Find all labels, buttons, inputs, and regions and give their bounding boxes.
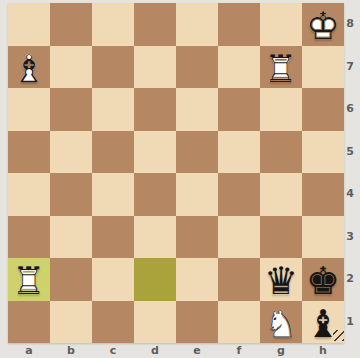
square-h6[interactable]: [302, 88, 344, 131]
square-e4[interactable]: [176, 173, 218, 216]
square-g8[interactable]: [260, 3, 302, 46]
square-d8[interactable]: [134, 3, 176, 46]
white-knight-piece[interactable]: ♞♘: [260, 301, 302, 344]
white-rook-piece[interactable]: ♜♖: [260, 46, 302, 89]
rank-label-1: 1: [343, 301, 357, 344]
square-d3[interactable]: [134, 216, 176, 259]
square-c2[interactable]: [92, 258, 134, 301]
file-label-f: f: [218, 343, 260, 358]
square-g5[interactable]: [260, 131, 302, 174]
black-king-piece[interactable]: ♚: [302, 258, 344, 301]
square-f7[interactable]: [218, 46, 260, 89]
rank-label-6: 6: [343, 88, 357, 131]
square-a8[interactable]: [8, 3, 50, 46]
square-b6[interactable]: [50, 88, 92, 131]
rank-label-3: 3: [343, 216, 357, 259]
file-label-h: h: [302, 343, 344, 358]
square-a2[interactable]: ♜♖: [8, 258, 50, 301]
square-h5[interactable]: [302, 131, 344, 174]
square-b8[interactable]: [50, 3, 92, 46]
square-c5[interactable]: [92, 131, 134, 174]
square-g2[interactable]: ♛: [260, 258, 302, 301]
square-g6[interactable]: [260, 88, 302, 131]
square-g4[interactable]: [260, 173, 302, 216]
square-f2[interactable]: [218, 258, 260, 301]
square-h4[interactable]: [302, 173, 344, 216]
file-label-g: g: [260, 343, 302, 358]
square-a7[interactable]: ♝♗: [8, 46, 50, 89]
square-d5[interactable]: [134, 131, 176, 174]
square-h7[interactable]: [302, 46, 344, 89]
square-e6[interactable]: [176, 88, 218, 131]
square-c7[interactable]: [92, 46, 134, 89]
square-f5[interactable]: [218, 131, 260, 174]
square-a6[interactable]: [8, 88, 50, 131]
white-rook-piece[interactable]: ♜♖: [8, 258, 50, 301]
square-h8[interactable]: ♚♔: [302, 3, 344, 46]
piece-outline-layer: ♔: [302, 3, 344, 46]
square-c3[interactable]: [92, 216, 134, 259]
piece-outline-layer: ♖: [8, 258, 50, 301]
square-a5[interactable]: [8, 131, 50, 174]
file-label-a: a: [8, 343, 50, 358]
square-g3[interactable]: [260, 216, 302, 259]
square-a4[interactable]: [8, 173, 50, 216]
square-d6[interactable]: [134, 88, 176, 131]
square-b7[interactable]: [50, 46, 92, 89]
square-e3[interactable]: [176, 216, 218, 259]
square-a1[interactable]: [8, 301, 50, 344]
black-queen-piece[interactable]: ♛: [260, 258, 302, 301]
piece-outline-layer: ♖: [260, 46, 302, 89]
file-label-b: b: [50, 343, 92, 358]
square-d4[interactable]: [134, 173, 176, 216]
square-d1[interactable]: [134, 301, 176, 344]
rank-label-7: 7: [343, 46, 357, 89]
square-d2[interactable]: [134, 258, 176, 301]
square-b3[interactable]: [50, 216, 92, 259]
square-f8[interactable]: [218, 3, 260, 46]
piece-glyph: ♚: [302, 258, 344, 301]
square-b5[interactable]: [50, 131, 92, 174]
square-e1[interactable]: [176, 301, 218, 344]
square-b2[interactable]: [50, 258, 92, 301]
square-f3[interactable]: [218, 216, 260, 259]
piece-glyph: ♛: [260, 258, 302, 301]
square-c1[interactable]: [92, 301, 134, 344]
rank-label-4: 4: [343, 173, 357, 216]
square-g1[interactable]: ♞♘: [260, 301, 302, 344]
white-king-piece[interactable]: ♚♔: [302, 3, 344, 46]
square-h3[interactable]: [302, 216, 344, 259]
square-d7[interactable]: [134, 46, 176, 89]
square-c8[interactable]: [92, 3, 134, 46]
square-c4[interactable]: [92, 173, 134, 216]
square-f4[interactable]: [218, 173, 260, 216]
square-h2[interactable]: ♚: [302, 258, 344, 301]
square-a3[interactable]: [8, 216, 50, 259]
file-label-d: d: [134, 343, 176, 358]
board-resize-handle-icon[interactable]: [333, 330, 344, 341]
square-c6[interactable]: [92, 88, 134, 131]
rank-label-5: 5: [343, 131, 357, 174]
white-bishop-piece[interactable]: ♝♗: [8, 46, 50, 89]
square-e7[interactable]: [176, 46, 218, 89]
file-labels: abcdefgh: [8, 343, 344, 358]
file-label-c: c: [92, 343, 134, 358]
square-b1[interactable]: [50, 301, 92, 344]
rank-label-8: 8: [343, 3, 357, 46]
square-e8[interactable]: [176, 3, 218, 46]
square-e2[interactable]: [176, 258, 218, 301]
file-label-e: e: [176, 343, 218, 358]
rank-label-2: 2: [343, 258, 357, 301]
square-e5[interactable]: [176, 131, 218, 174]
piece-outline-layer: ♗: [8, 46, 50, 89]
square-f1[interactable]: [218, 301, 260, 344]
square-g7[interactable]: ♜♖: [260, 46, 302, 89]
rank-labels: 87654321: [343, 3, 357, 343]
square-f6[interactable]: [218, 88, 260, 131]
chess-board-screenshot: ♚♔♝♗♜♖♜♖♛♚♞♘♝ abcdefgh 87654321: [0, 0, 360, 358]
chess-board[interactable]: ♚♔♝♗♜♖♜♖♛♚♞♘♝: [8, 3, 344, 343]
piece-outline-layer: ♘: [260, 301, 302, 344]
square-b4[interactable]: [50, 173, 92, 216]
